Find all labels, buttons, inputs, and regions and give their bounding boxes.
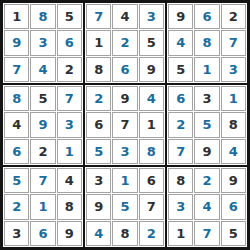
cell-r6c1[interactable]: 6 (4, 139, 29, 164)
sudoku-block-7: 316957482 (84, 166, 166, 248)
cell-r7c8[interactable]: 2 (194, 168, 219, 193)
cell-r2c5[interactable]: 2 (112, 30, 137, 55)
cell-r8c8[interactable]: 4 (194, 194, 219, 219)
cell-r8c1[interactable]: 2 (4, 194, 29, 219)
cell-r2c8[interactable]: 8 (194, 30, 219, 55)
cell-r8c6[interactable]: 7 (139, 194, 164, 219)
cell-r6c5[interactable]: 3 (112, 139, 137, 164)
cell-r2c1[interactable]: 9 (4, 30, 29, 55)
cell-r8c4[interactable]: 9 (86, 194, 111, 219)
cell-r4c7[interactable]: 6 (168, 86, 193, 111)
cell-r8c3[interactable]: 8 (57, 194, 82, 219)
cell-r3c3[interactable]: 2 (57, 57, 82, 82)
cell-r8c2[interactable]: 1 (30, 194, 55, 219)
cell-r5c7[interactable]: 2 (168, 112, 193, 137)
cell-r5c5[interactable]: 7 (112, 112, 137, 137)
cell-r1c6[interactable]: 3 (139, 4, 164, 29)
sudoku-block-8: 829346175 (166, 166, 248, 248)
cell-r9c1[interactable]: 3 (4, 221, 29, 246)
cell-r7c9[interactable]: 9 (221, 168, 246, 193)
cell-r6c7[interactable]: 7 (168, 139, 193, 164)
cell-r7c5[interactable]: 1 (112, 168, 137, 193)
cell-r2c9[interactable]: 7 (221, 30, 246, 55)
sudoku-block-3: 857493621 (2, 84, 84, 166)
cell-r4c2[interactable]: 5 (30, 86, 55, 111)
cell-r9c8[interactable]: 7 (194, 221, 219, 246)
cell-r5c8[interactable]: 5 (194, 112, 219, 137)
cell-r9c9[interactable]: 5 (221, 221, 246, 246)
cell-r5c9[interactable]: 8 (221, 112, 246, 137)
cell-r4c4[interactable]: 2 (86, 86, 111, 111)
cell-r4c3[interactable]: 7 (57, 86, 82, 111)
cell-r7c7[interactable]: 8 (168, 168, 193, 193)
cell-r5c4[interactable]: 6 (86, 112, 111, 137)
sudoku-block-1: 743125869 (84, 2, 166, 84)
cell-r9c2[interactable]: 6 (30, 221, 55, 246)
cell-r6c6[interactable]: 8 (139, 139, 164, 164)
cell-r2c7[interactable]: 4 (168, 30, 193, 55)
cell-r5c3[interactable]: 3 (57, 112, 82, 137)
cell-r1c2[interactable]: 8 (30, 4, 55, 29)
cell-r3c1[interactable]: 7 (4, 57, 29, 82)
cell-r2c4[interactable]: 1 (86, 30, 111, 55)
cell-r6c3[interactable]: 1 (57, 139, 82, 164)
cell-r5c2[interactable]: 9 (30, 112, 55, 137)
cell-r3c6[interactable]: 9 (139, 57, 164, 82)
cell-r1c1[interactable]: 1 (4, 4, 29, 29)
cell-r5c6[interactable]: 1 (139, 112, 164, 137)
sudoku-block-5: 631258794 (166, 84, 248, 166)
cell-r4c9[interactable]: 1 (221, 86, 246, 111)
cell-r6c9[interactable]: 4 (221, 139, 246, 164)
cell-r3c7[interactable]: 5 (168, 57, 193, 82)
cell-r2c6[interactable]: 5 (139, 30, 164, 55)
cell-r9c5[interactable]: 8 (112, 221, 137, 246)
cell-r1c4[interactable]: 7 (86, 4, 111, 29)
cell-r1c3[interactable]: 5 (57, 4, 82, 29)
sudoku-board: 1859367427431258699624875138574936212946… (0, 0, 250, 250)
cell-r4c6[interactable]: 4 (139, 86, 164, 111)
sudoku-block-4: 294671538 (84, 84, 166, 166)
cell-r1c8[interactable]: 6 (194, 4, 219, 29)
cell-r3c8[interactable]: 1 (194, 57, 219, 82)
cell-r6c4[interactable]: 5 (86, 139, 111, 164)
cell-r9c4[interactable]: 4 (86, 221, 111, 246)
sudoku-block-2: 962487513 (166, 2, 248, 84)
cell-r3c9[interactable]: 3 (221, 57, 246, 82)
cell-r4c8[interactable]: 3 (194, 86, 219, 111)
cell-r1c9[interactable]: 2 (221, 4, 246, 29)
cell-r9c7[interactable]: 1 (168, 221, 193, 246)
cell-r3c4[interactable]: 8 (86, 57, 111, 82)
cell-r4c1[interactable]: 8 (4, 86, 29, 111)
cell-r8c7[interactable]: 3 (168, 194, 193, 219)
cell-r1c7[interactable]: 9 (168, 4, 193, 29)
cell-r3c5[interactable]: 6 (112, 57, 137, 82)
sudoku-block-0: 185936742 (2, 2, 84, 84)
cell-r3c2[interactable]: 4 (30, 57, 55, 82)
cell-r6c2[interactable]: 2 (30, 139, 55, 164)
cell-r9c6[interactable]: 2 (139, 221, 164, 246)
cell-r2c3[interactable]: 6 (57, 30, 82, 55)
cell-r1c5[interactable]: 4 (112, 4, 137, 29)
sudoku-block-6: 574218369 (2, 166, 84, 248)
cell-r7c3[interactable]: 4 (57, 168, 82, 193)
cell-r7c6[interactable]: 6 (139, 168, 164, 193)
cell-r9c3[interactable]: 9 (57, 221, 82, 246)
cell-r7c4[interactable]: 3 (86, 168, 111, 193)
cell-r7c1[interactable]: 5 (4, 168, 29, 193)
cell-r5c1[interactable]: 4 (4, 112, 29, 137)
cell-r2c2[interactable]: 3 (30, 30, 55, 55)
cell-r6c8[interactable]: 9 (194, 139, 219, 164)
cell-r8c9[interactable]: 6 (221, 194, 246, 219)
cell-r7c2[interactable]: 7 (30, 168, 55, 193)
cell-r4c5[interactable]: 9 (112, 86, 137, 111)
cell-r8c5[interactable]: 5 (112, 194, 137, 219)
